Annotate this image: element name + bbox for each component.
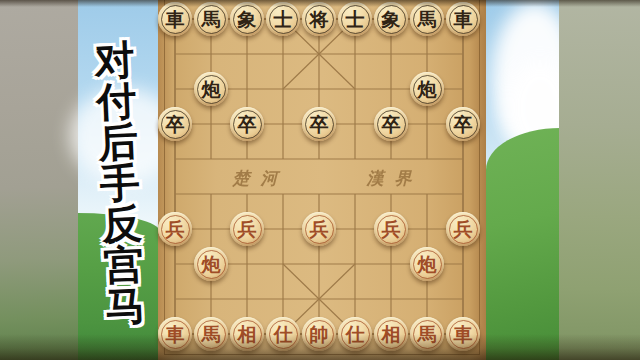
piece-label: 卒 [310,114,329,133]
piece-label: 士 [346,9,365,28]
piece-black-general[interactable]: 将 [302,2,336,36]
piece-red-soldier[interactable]: 兵 [158,212,192,246]
caption-char: 马 [99,285,151,328]
piece-label: 車 [166,9,185,28]
piece-label: 炮 [202,254,221,273]
caption-char: 手 [94,162,146,205]
piece-label: 炮 [418,79,437,98]
piece-label: 炮 [418,254,437,273]
piece-black-chariot[interactable]: 車 [446,2,480,36]
piece-black-chariot[interactable]: 車 [158,2,192,36]
piece-black-horse[interactable]: 馬 [410,2,444,36]
caption-char: 对 [89,39,141,82]
piece-black-soldier[interactable]: 卒 [446,107,480,141]
piece-red-cannon[interactable]: 炮 [410,247,444,281]
piece-label: 象 [238,9,257,28]
piece-black-advisor[interactable]: 士 [338,2,372,36]
caption-char: 付 [91,80,143,123]
piece-red-soldier[interactable]: 兵 [230,212,264,246]
piece-label: 馬 [418,9,437,28]
grass-hill-right [486,128,560,360]
piece-black-elephant[interactable]: 象 [374,2,408,36]
piece-label: 卒 [238,114,257,133]
piece-label: 卒 [166,114,185,133]
piece-label: 兵 [382,219,401,238]
caption-char: 后 [92,121,144,164]
xiangqi-board[interactable]: 楚河 漢界 車馬象士将士象馬車炮炮卒卒卒卒卒兵兵兵兵兵炮炮車馬相仕帥仕相馬車 [158,0,486,360]
piece-label: 象 [382,9,401,28]
piece-label: 炮 [202,79,221,98]
top-vignette [0,0,640,7]
caption-char: 反 [96,203,148,246]
video-frame: 对付后手反宫马 [0,0,640,360]
piece-label: 兵 [238,219,257,238]
pieces-layer: 車馬象士将士象馬車炮炮卒卒卒卒卒兵兵兵兵兵炮炮車馬相仕帥仕相馬車 [158,0,486,360]
piece-red-soldier[interactable]: 兵 [446,212,480,246]
piece-red-soldier[interactable]: 兵 [302,212,336,246]
piece-red-cannon[interactable]: 炮 [194,247,228,281]
piece-black-soldier[interactable]: 卒 [158,107,192,141]
piece-label: 馬 [202,9,221,28]
piece-black-soldier[interactable]: 卒 [374,107,408,141]
piece-label: 兵 [454,219,473,238]
piece-label: 卒 [454,114,473,133]
caption-char: 宫 [98,244,150,287]
piece-black-cannon[interactable]: 炮 [194,72,228,106]
piece-black-cannon[interactable]: 炮 [410,72,444,106]
piece-black-elephant[interactable]: 象 [230,2,264,36]
background-blur-left [0,0,78,360]
piece-label: 兵 [166,219,185,238]
bottom-vignette [0,334,640,360]
piece-label: 士 [274,9,293,28]
piece-black-soldier[interactable]: 卒 [230,107,264,141]
piece-label: 将 [310,9,329,28]
piece-black-horse[interactable]: 馬 [194,2,228,36]
piece-label: 卒 [382,114,401,133]
piece-label: 車 [454,9,473,28]
piece-label: 兵 [310,219,329,238]
piece-red-soldier[interactable]: 兵 [374,212,408,246]
piece-black-soldier[interactable]: 卒 [302,107,336,141]
piece-black-advisor[interactable]: 士 [266,2,300,36]
background-blur-right [559,0,640,360]
